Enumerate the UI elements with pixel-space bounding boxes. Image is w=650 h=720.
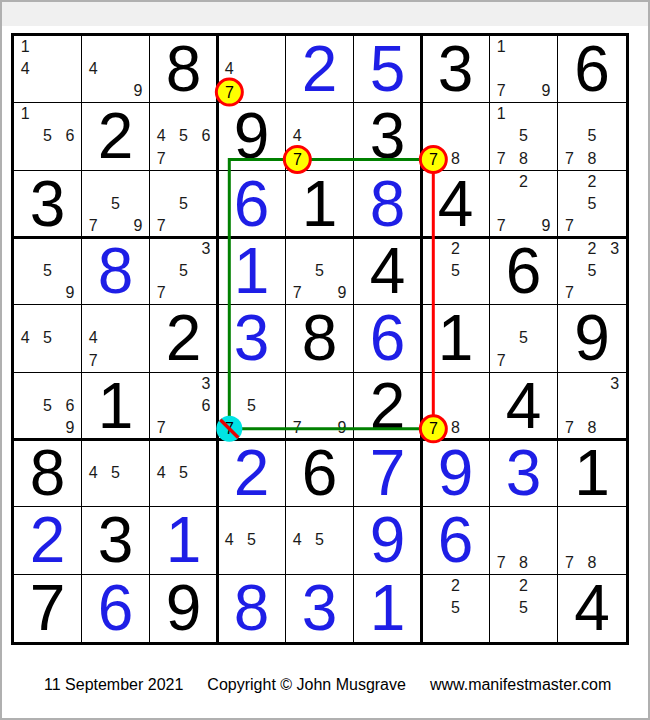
candidate-5: 5 — [172, 260, 194, 282]
cell-r4c8[interactable]: 6 — [490, 238, 558, 305]
cell-r3c2[interactable]: 579 — [82, 171, 150, 238]
solved-digit: 7 — [354, 440, 421, 506]
cell-r3c1[interactable]: 3 — [14, 171, 82, 238]
candidate-9: 9 — [127, 215, 149, 237]
solved-digit: 9 — [422, 440, 489, 506]
given-digit: 8 — [14, 440, 81, 506]
cell-r8c6[interactable]: 9 — [354, 507, 422, 574]
cell-r4c9[interactable]: 2357 — [558, 238, 626, 305]
cell-r5c5[interactable]: 8 — [286, 305, 354, 372]
cell-r3c6[interactable]: 8 — [354, 171, 422, 238]
cell-r8c3[interactable]: 1 — [150, 507, 218, 574]
cell-r5c4[interactable]: 3 — [218, 305, 286, 372]
given-digit: 2 — [82, 103, 149, 169]
cell-r7c6[interactable]: 7 — [354, 440, 422, 507]
candidate-6: 6 — [59, 395, 81, 417]
candidate-2: 2 — [512, 575, 534, 597]
given-digit: 2 — [354, 373, 421, 439]
candidate-1: 1 — [14, 103, 36, 125]
cell-r9c9[interactable]: 4 — [558, 575, 626, 642]
solved-digit: 2 — [286, 36, 353, 102]
pencil-marks: 579 — [82, 171, 149, 237]
pencil-marks: 25 — [422, 238, 489, 304]
cell-r3c5[interactable]: 1 — [286, 171, 354, 238]
cell-r4c5[interactable]: 579 — [286, 238, 354, 305]
candidate-7: 7 — [150, 282, 172, 304]
cell-r7c4[interactable]: 2 — [218, 440, 286, 507]
candidate-8: 8 — [512, 552, 534, 574]
solved-digit: 1 — [150, 507, 217, 573]
pencil-marks: 78 — [558, 507, 626, 573]
cell-r9c4[interactable]: 8 — [218, 575, 286, 642]
candidate-5: 5 — [36, 260, 58, 282]
candidate-7: 7 — [558, 417, 581, 439]
candidate-7: 7 — [82, 350, 104, 372]
footer-site-url: www.manifestmaster.com — [430, 676, 611, 693]
cell-r6c3[interactable]: 367 — [150, 373, 218, 440]
candidate-7: 7 — [286, 282, 308, 304]
candidate-9: 9 — [535, 215, 557, 237]
cell-r5c1[interactable]: 45 — [14, 305, 82, 372]
given-digit: 4 — [354, 238, 421, 304]
candidate-3: 3 — [195, 373, 217, 395]
candidate-5: 5 — [36, 125, 58, 147]
cell-r2c5[interactable]: 4 — [286, 103, 354, 170]
pencil-marks: 378 — [558, 373, 626, 439]
cell-r4c3[interactable]: 357 — [150, 238, 218, 305]
candidate-6: 6 — [195, 395, 217, 417]
given-digit: 8 — [286, 305, 353, 371]
candidate-7: 7 — [490, 552, 512, 574]
pencil-marks: 14 — [14, 36, 81, 102]
given-digit: 1 — [422, 305, 489, 371]
candidate-2: 2 — [512, 171, 534, 193]
candidate-7: 7 — [82, 215, 104, 237]
cell-r9c3[interactable]: 9 — [150, 575, 218, 642]
candidate-5: 5 — [172, 462, 194, 484]
cell-r2c7[interactable]: 8 — [422, 103, 490, 170]
pencil-marks: 57 — [150, 171, 217, 237]
sudoku-page: 1449842531796156245679438157857835795761… — [0, 0, 650, 720]
pencil-marks: 79 — [286, 373, 353, 439]
given-digit: 2 — [150, 305, 217, 371]
cell-r2c1[interactable]: 156 — [14, 103, 82, 170]
given-digit: 6 — [286, 440, 353, 506]
candidate-5: 5 — [512, 125, 534, 147]
candidate-5: 5 — [104, 462, 126, 484]
cell-r4c2[interactable]: 8 — [82, 238, 150, 305]
pencil-marks: 45 — [14, 305, 81, 371]
candidate-4: 4 — [218, 58, 240, 80]
solved-digit: 3 — [218, 305, 285, 371]
candidate-2: 2 — [444, 238, 466, 260]
cell-r6c1[interactable]: 569 — [14, 373, 82, 440]
candidate-7: 7 — [150, 148, 172, 170]
cell-r7c8[interactable]: 3 — [490, 440, 558, 507]
solved-digit: 6 — [218, 171, 285, 237]
candidate-5: 5 — [172, 125, 194, 147]
candidate-9: 9 — [331, 282, 353, 304]
pencil-marks: 59 — [14, 238, 81, 304]
cell-r1c2[interactable]: 49 — [82, 36, 150, 103]
cell-r6c6[interactable]: 2 — [354, 373, 422, 440]
candidate-5: 5 — [308, 260, 330, 282]
candidate-3: 3 — [603, 373, 626, 395]
cell-r5c8[interactable]: 57 — [490, 305, 558, 372]
solved-digit: 8 — [354, 171, 421, 237]
candidate-7: 7 — [490, 80, 512, 102]
cell-r9c6[interactable]: 1 — [354, 575, 422, 642]
candidate-7: 7 — [150, 215, 172, 237]
pencil-marks: 49 — [82, 36, 149, 102]
candidate-7: 7 — [558, 282, 581, 304]
pencil-marks: 179 — [490, 36, 557, 102]
given-digit: 3 — [82, 507, 149, 573]
given-digit: 3 — [354, 103, 421, 169]
cell-r5c7[interactable]: 1 — [422, 305, 490, 372]
pencil-marks: 569 — [14, 373, 81, 439]
cell-r3c9[interactable]: 257 — [558, 171, 626, 238]
cell-r1c6[interactable]: 5 — [354, 36, 422, 103]
pencil-marks: 8 — [422, 103, 489, 169]
cell-r1c9[interactable]: 6 — [558, 36, 626, 103]
given-digit: 4 — [490, 373, 557, 439]
candidate-4: 4 — [14, 327, 36, 349]
candidate-3: 3 — [195, 238, 217, 260]
cell-r4c7[interactable]: 25 — [422, 238, 490, 305]
given-digit: 9 — [150, 575, 217, 642]
cell-r3c8[interactable]: 279 — [490, 171, 558, 238]
given-digit: 9 — [558, 305, 626, 371]
candidate-1: 1 — [490, 103, 512, 125]
cell-r6c7[interactable]: 8 — [422, 373, 490, 440]
candidate-7: 7 — [490, 148, 512, 170]
candidate-7: 7 — [490, 350, 512, 372]
solved-digit: 5 — [354, 36, 421, 102]
candidate-5: 5 — [36, 395, 58, 417]
cell-r8c8[interactable]: 78 — [490, 507, 558, 574]
solved-digit: 1 — [218, 238, 285, 304]
solved-digit: 6 — [354, 305, 421, 371]
candidate-6: 6 — [195, 125, 217, 147]
given-digit: 4 — [558, 575, 626, 642]
solved-digit: 8 — [218, 575, 285, 642]
pencil-marks: 4 — [218, 36, 285, 102]
cell-r8c2[interactable]: 3 — [82, 507, 150, 574]
candidate-4: 4 — [218, 529, 240, 551]
candidate-9: 9 — [127, 80, 149, 102]
solved-digit: 3 — [490, 440, 557, 506]
cell-r1c3[interactable]: 8 — [150, 36, 218, 103]
cell-r3c7[interactable]: 4 — [422, 171, 490, 238]
cell-r1c8[interactable]: 179 — [490, 36, 558, 103]
candidate-5: 5 — [36, 327, 58, 349]
candidate-5: 5 — [444, 260, 466, 282]
window-top-band — [2, 2, 648, 26]
candidate-4: 4 — [82, 462, 104, 484]
candidate-7: 7 — [286, 417, 308, 439]
candidate-5: 5 — [308, 529, 330, 551]
given-digit: 3 — [14, 171, 81, 237]
candidate-5: 5 — [512, 327, 534, 349]
candidate-6: 6 — [59, 125, 81, 147]
candidate-9: 9 — [535, 80, 557, 102]
pencil-marks: 579 — [286, 238, 353, 304]
candidate-4: 4 — [286, 125, 308, 147]
cell-r7c7[interactable]: 9 — [422, 440, 490, 507]
cell-r7c9[interactable]: 1 — [558, 440, 626, 507]
candidate-4: 4 — [82, 327, 104, 349]
candidate-8: 8 — [444, 417, 466, 439]
cell-r9c5[interactable]: 3 — [286, 575, 354, 642]
given-digit: 8 — [150, 36, 217, 102]
cell-r6c2[interactable]: 1 — [82, 373, 150, 440]
solved-digit: 3 — [286, 575, 353, 642]
cell-r5c9[interactable]: 9 — [558, 305, 626, 372]
candidate-3: 3 — [603, 238, 626, 260]
solved-digit: 8 — [82, 238, 149, 304]
candidate-2: 2 — [444, 575, 466, 597]
cell-r7c2[interactable]: 45 — [82, 440, 150, 507]
pencil-marks: 367 — [150, 373, 217, 439]
cell-r8c4[interactable]: 45 — [218, 507, 286, 574]
pencil-marks: 357 — [150, 238, 217, 304]
pencil-marks: 1578 — [490, 103, 557, 169]
pencil-marks: 8 — [422, 373, 489, 439]
pencil-marks: 25 — [422, 575, 489, 642]
cell-r4c6[interactable]: 4 — [354, 238, 422, 305]
given-digit: 4 — [422, 171, 489, 237]
cell-r2c3[interactable]: 4567 — [150, 103, 218, 170]
cell-r2c4[interactable]: 9 — [218, 103, 286, 170]
pencil-marks: 156 — [14, 103, 81, 169]
candidate-7: 7 — [490, 215, 512, 237]
candidate-2: 2 — [581, 238, 604, 260]
solved-digit: 6 — [82, 575, 149, 642]
given-digit: 1 — [558, 440, 626, 506]
footer-copyright: Copyright © John Musgrave — [207, 676, 406, 693]
candidate-5: 5 — [581, 260, 604, 282]
solved-digit: 2 — [218, 440, 285, 506]
candidate-1: 1 — [490, 36, 512, 58]
footer: 11 September 2021Copyright © John Musgra… — [44, 676, 611, 694]
candidate-7: 7 — [558, 148, 581, 170]
candidate-5: 5 — [581, 125, 604, 147]
candidate-9: 9 — [59, 417, 81, 439]
cell-r9c1[interactable]: 7 — [14, 575, 82, 642]
candidate-5: 5 — [444, 597, 466, 619]
cell-r2c6[interactable]: 3 — [354, 103, 422, 170]
candidate-4: 4 — [150, 462, 172, 484]
pencil-marks: 45 — [286, 507, 353, 573]
candidate-5: 5 — [512, 597, 534, 619]
candidate-8: 8 — [581, 417, 604, 439]
cell-r8c9[interactable]: 78 — [558, 507, 626, 574]
pencil-marks: 578 — [558, 103, 626, 169]
candidate-7: 7 — [558, 552, 581, 574]
cell-r8c1[interactable]: 2 — [14, 507, 82, 574]
cell-r5c6[interactable]: 6 — [354, 305, 422, 372]
cell-r7c3[interactable]: 45 — [150, 440, 218, 507]
candidate-5: 5 — [240, 395, 262, 417]
candidate-8: 8 — [581, 148, 604, 170]
cell-r2c8[interactable]: 1578 — [490, 103, 558, 170]
cell-r4c4[interactable]: 1 — [218, 238, 286, 305]
candidate-8: 8 — [581, 552, 604, 574]
candidate-5: 5 — [172, 193, 194, 215]
cell-r7c5[interactable]: 6 — [286, 440, 354, 507]
cell-r6c5[interactable]: 79 — [286, 373, 354, 440]
given-digit: 3 — [422, 36, 489, 102]
sudoku-board: 1449842531796156245679438157857835795761… — [11, 33, 629, 645]
cell-r6c8[interactable]: 4 — [490, 373, 558, 440]
pencil-marks: 45 — [150, 440, 217, 506]
candidate-8: 8 — [512, 148, 534, 170]
pencil-marks: 45 — [218, 507, 285, 573]
cell-r3c3[interactable]: 57 — [150, 171, 218, 238]
given-digit: 1 — [82, 373, 149, 439]
candidate-5: 5 — [104, 193, 126, 215]
cell-r2c9[interactable]: 578 — [558, 103, 626, 170]
pencil-marks: 45 — [82, 440, 149, 506]
solved-digit: 2 — [14, 507, 81, 573]
cell-r9c2[interactable]: 6 — [82, 575, 150, 642]
given-digit: 6 — [558, 36, 626, 102]
pencil-marks: 78 — [490, 507, 557, 573]
cell-r5c2[interactable]: 47 — [82, 305, 150, 372]
pencil-marks: 25 — [490, 575, 557, 642]
candidate-4: 4 — [150, 125, 172, 147]
footer-date: 11 September 2021 — [44, 676, 183, 693]
pencil-marks: 47 — [82, 305, 149, 371]
candidate-4: 4 — [14, 58, 36, 80]
cell-r1c4[interactable]: 4 — [218, 36, 286, 103]
cell-r8c7[interactable]: 6 — [422, 507, 490, 574]
solved-digit: 1 — [354, 575, 421, 642]
solved-digit: 9 — [354, 507, 421, 573]
pencil-marks: 5 — [218, 373, 285, 439]
cell-r9c8[interactable]: 25 — [490, 575, 558, 642]
candidate-7: 7 — [150, 417, 172, 439]
candidate-5: 5 — [240, 529, 262, 551]
pencil-marks: 257 — [558, 171, 626, 237]
candidate-7: 7 — [558, 215, 581, 237]
candidate-9: 9 — [59, 282, 81, 304]
cell-r3c4[interactable]: 6 — [218, 171, 286, 238]
given-digit: 6 — [490, 238, 557, 304]
cell-r7c1[interactable]: 8 — [14, 440, 82, 507]
cell-r9c7[interactable]: 25 — [422, 575, 490, 642]
pencil-marks: 279 — [490, 171, 557, 237]
given-digit: 7 — [14, 575, 81, 642]
pencil-marks: 4567 — [150, 103, 217, 169]
solved-digit: 6 — [422, 507, 489, 573]
pencil-marks: 2357 — [558, 238, 626, 304]
candidate-8: 8 — [444, 148, 466, 170]
pencil-marks: 57 — [490, 305, 557, 371]
candidate-2: 2 — [581, 171, 604, 193]
cell-r6c9[interactable]: 378 — [558, 373, 626, 440]
cell-r2c2[interactable]: 2 — [82, 103, 150, 170]
candidate-1: 1 — [14, 36, 36, 58]
cell-r1c7[interactable]: 3 — [422, 36, 490, 103]
candidate-4: 4 — [286, 529, 308, 551]
cell-r6c4[interactable]: 5 — [218, 373, 286, 440]
given-digit: 9 — [218, 103, 285, 169]
given-digit: 1 — [286, 171, 353, 237]
candidate-5: 5 — [581, 193, 604, 215]
cell-r8c5[interactable]: 45 — [286, 507, 354, 574]
candidate-4: 4 — [82, 58, 104, 80]
cell-r4c1[interactable]: 59 — [14, 238, 82, 305]
candidate-9: 9 — [331, 417, 353, 439]
pencil-marks: 4 — [286, 103, 353, 169]
cell-r1c1[interactable]: 14 — [14, 36, 82, 103]
cell-r5c3[interactable]: 2 — [150, 305, 218, 372]
cell-r1c5[interactable]: 2 — [286, 36, 354, 103]
